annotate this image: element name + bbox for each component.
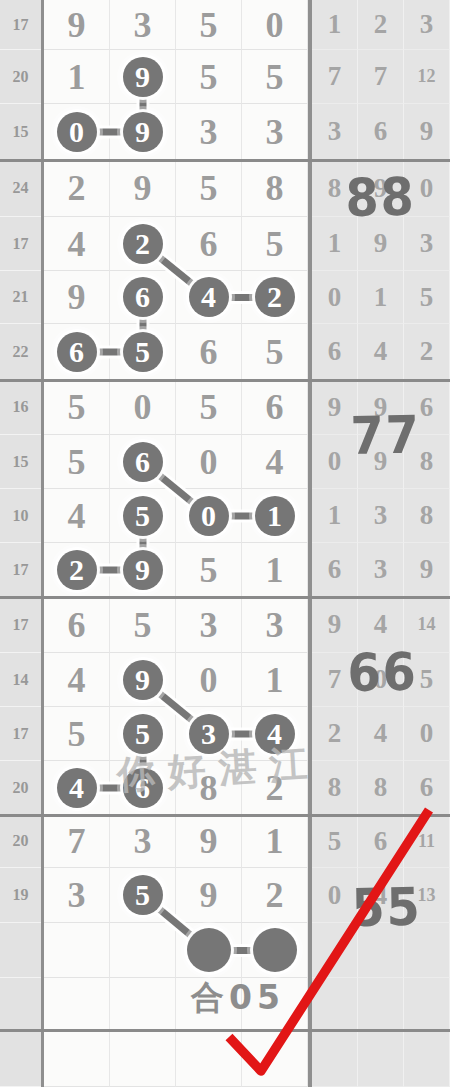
right-cell: 11 <box>404 815 450 868</box>
row-label <box>0 978 41 1030</box>
row-label: 15 <box>0 104 41 160</box>
right-cell: 7 <box>312 50 358 104</box>
main-cell: 3 <box>44 868 110 923</box>
circled-digit: 5 <box>123 875 163 915</box>
main-cell: 5 <box>110 597 176 653</box>
main-cell: 9 <box>110 543 176 597</box>
main-cell <box>110 1030 176 1087</box>
main-cell: 9 <box>110 653 176 707</box>
circled-digit: 5 <box>123 496 163 536</box>
main-cell <box>44 1030 110 1087</box>
main-cell <box>110 978 176 1030</box>
right-cell: 1 <box>312 0 358 50</box>
circled-digit: 9 <box>123 57 163 97</box>
main-cell: 2 <box>44 543 110 597</box>
main-cell: 1 <box>242 543 308 597</box>
main-cell: 2 <box>110 217 176 271</box>
right-cell: 4 <box>358 324 404 380</box>
circled-digit: 5 <box>123 714 163 754</box>
main-cell: 9 <box>176 868 242 923</box>
main-cell: 1 <box>242 653 308 707</box>
main-cell: 5 <box>110 489 176 543</box>
row-label: 20 <box>0 761 41 815</box>
row-label: 15 <box>0 435 41 489</box>
circled-digit: 0 <box>189 496 229 536</box>
circled-digit: 4 <box>57 768 97 808</box>
row-label: 14 <box>0 653 41 707</box>
main-cell: 3 <box>242 597 308 653</box>
main-cell: 5 <box>44 707 110 761</box>
circled-digit: 6 <box>57 332 97 372</box>
right-cell: 6 <box>358 815 404 868</box>
right-cell <box>312 978 358 1030</box>
main-cell: 6 <box>44 597 110 653</box>
main-cell: 0 <box>176 653 242 707</box>
row-label: 17 <box>0 543 41 597</box>
right-cell: 5 <box>312 815 358 868</box>
row-label: 17 <box>0 217 41 271</box>
main-cell: 5 <box>176 50 242 104</box>
right-cell: 3 <box>358 543 404 597</box>
right-cell: 6 <box>358 104 404 160</box>
main-cell: 1 <box>242 489 308 543</box>
main-cell <box>44 923 110 978</box>
row-label <box>0 1030 41 1087</box>
main-cell: 4 <box>176 271 242 324</box>
right-cell: 4 <box>358 707 404 761</box>
filled-disc <box>253 928 297 972</box>
row-label: 20 <box>0 815 41 868</box>
row-label: 24 <box>0 160 41 217</box>
circled-digit: 1 <box>255 496 295 536</box>
main-cell: 6 <box>176 324 242 380</box>
row-label: 17 <box>0 707 41 761</box>
filled-disc <box>187 928 231 972</box>
right-cell: 5 <box>404 271 450 324</box>
watermark-text: 你好湛江 <box>116 744 322 794</box>
main-cell: 6 <box>176 217 242 271</box>
main-cell: 3 <box>176 104 242 160</box>
main-cell: 5 <box>242 217 308 271</box>
right-cell <box>404 978 450 1030</box>
right-cell: 8 <box>404 489 450 543</box>
main-cell: 9 <box>176 815 242 868</box>
main-cell: 0 <box>242 0 308 50</box>
row-label: 17 <box>0 597 41 653</box>
section-divider <box>0 1029 450 1032</box>
main-cell: 5 <box>110 868 176 923</box>
section-divider <box>0 596 450 599</box>
right-cell: 9 <box>404 543 450 597</box>
main-cell: 1 <box>44 50 110 104</box>
row-label: 20 <box>0 50 41 104</box>
circled-digit: 5 <box>123 332 163 372</box>
main-cell: 5 <box>176 160 242 217</box>
right-cell: 12 <box>404 50 450 104</box>
section-divider <box>0 159 450 162</box>
main-cell: 0 <box>176 489 242 543</box>
right-cell: 9 <box>404 104 450 160</box>
right-cell: 6 <box>312 324 358 380</box>
main-cell: 6 <box>110 271 176 324</box>
right-cell <box>358 978 404 1030</box>
main-cell: 5 <box>110 324 176 380</box>
main-cell: 0 <box>110 380 176 435</box>
main-cell: 3 <box>176 597 242 653</box>
main-cell: 5 <box>44 380 110 435</box>
main-cell: 5 <box>44 435 110 489</box>
circled-digit: 2 <box>123 224 163 264</box>
row-label: 17 <box>0 0 41 50</box>
right-cell: 7 <box>358 50 404 104</box>
right-cell: 0 <box>312 271 358 324</box>
main-cell: 9 <box>44 0 110 50</box>
right-cell: 8 <box>358 761 404 815</box>
main-cell: 2 <box>242 868 308 923</box>
right-cell: 3 <box>312 104 358 160</box>
right-cell: 6 <box>404 761 450 815</box>
main-cell: 7 <box>44 815 110 868</box>
handwritten-number: 55 <box>351 881 422 934</box>
main-cell: 2 <box>242 271 308 324</box>
main-cell: 6 <box>242 380 308 435</box>
right-cell <box>404 1030 450 1087</box>
main-cell: 3 <box>110 0 176 50</box>
main-cell <box>242 923 308 978</box>
main-cell <box>44 978 110 1030</box>
right-cell: 1 <box>312 489 358 543</box>
circled-digit: 6 <box>123 277 163 317</box>
row-label: 19 <box>0 868 41 923</box>
main-cell: 4 <box>44 653 110 707</box>
circled-digit: 0 <box>57 112 97 152</box>
main-cell: 0 <box>176 435 242 489</box>
sum-note-text: 合05 <box>191 981 285 1014</box>
main-cell: 9 <box>44 271 110 324</box>
right-cell: 0 <box>404 707 450 761</box>
main-cell: 9 <box>110 50 176 104</box>
main-cell: 9 <box>110 104 176 160</box>
main-cell: 4 <box>44 489 110 543</box>
main-cell: 5 <box>176 543 242 597</box>
right-cell: 3 <box>404 0 450 50</box>
right-cell <box>358 1030 404 1087</box>
section-divider <box>0 814 450 817</box>
row-label: 22 <box>0 324 41 380</box>
right-cell: 2 <box>404 324 450 380</box>
right-cell <box>312 1030 358 1087</box>
row-label <box>0 923 41 978</box>
right-cell: 2 <box>358 0 404 50</box>
handwritten-number: 88 <box>345 171 416 224</box>
main-cell: 4 <box>44 217 110 271</box>
circled-digit: 2 <box>57 550 97 590</box>
main-cell <box>110 923 176 978</box>
main-cell: 4 <box>44 761 110 815</box>
main-cell <box>242 1030 308 1087</box>
main-cell: 5 <box>176 0 242 50</box>
main-cell <box>176 1030 242 1087</box>
main-cell: 3 <box>242 104 308 160</box>
section-divider <box>0 379 450 382</box>
main-cell <box>176 923 242 978</box>
circled-digit: 6 <box>123 442 163 482</box>
row-label: 16 <box>0 380 41 435</box>
main-cell: 2 <box>44 160 110 217</box>
circled-digit: 2 <box>255 277 295 317</box>
row-label: 10 <box>0 489 41 543</box>
right-cell: 6 <box>312 543 358 597</box>
circled-digit: 9 <box>123 660 163 700</box>
circled-digit: 9 <box>123 550 163 590</box>
handwritten-number: 77 <box>350 409 421 462</box>
circled-digit: 9 <box>123 112 163 152</box>
main-cell: 5 <box>242 50 308 104</box>
main-cell: 6 <box>44 324 110 380</box>
lottery-trend-chart: 1793501232019557712150933369242958890174… <box>0 0 450 1087</box>
main-cell: 0 <box>44 104 110 160</box>
main-cell: 8 <box>242 160 308 217</box>
main-cell: 3 <box>110 815 176 868</box>
right-cell: 1 <box>358 271 404 324</box>
main-cell: 1 <box>242 815 308 868</box>
right-cell: 3 <box>358 489 404 543</box>
main-cell: 6 <box>110 435 176 489</box>
main-cell: 5 <box>242 324 308 380</box>
main-cell: 9 <box>110 160 176 217</box>
handwritten-number: 66 <box>347 646 418 699</box>
circled-digit: 4 <box>189 277 229 317</box>
row-label: 21 <box>0 271 41 324</box>
main-cell: 5 <box>176 380 242 435</box>
main-cell: 4 <box>242 435 308 489</box>
